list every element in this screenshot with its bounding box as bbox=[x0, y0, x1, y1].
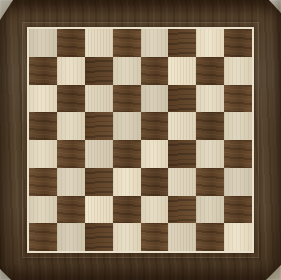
square-d3[interactable] bbox=[113, 168, 141, 196]
square-a3[interactable] bbox=[29, 168, 57, 196]
square-d6[interactable] bbox=[113, 85, 141, 113]
square-b6[interactable] bbox=[57, 85, 85, 113]
square-h2[interactable] bbox=[224, 196, 252, 224]
square-e6[interactable] bbox=[141, 85, 169, 113]
square-f8[interactable] bbox=[168, 29, 196, 57]
square-e4[interactable] bbox=[141, 140, 169, 168]
square-f6[interactable] bbox=[168, 85, 196, 113]
square-f4[interactable] bbox=[168, 140, 196, 168]
square-g4[interactable] bbox=[196, 140, 224, 168]
square-c7[interactable] bbox=[85, 57, 113, 85]
square-h6[interactable] bbox=[224, 85, 252, 113]
square-e1[interactable] bbox=[141, 223, 169, 251]
square-c8[interactable] bbox=[85, 29, 113, 57]
square-f1[interactable] bbox=[168, 223, 196, 251]
square-d7[interactable] bbox=[113, 57, 141, 85]
square-g6[interactable] bbox=[196, 85, 224, 113]
square-c3[interactable] bbox=[85, 168, 113, 196]
square-c2[interactable] bbox=[85, 196, 113, 224]
square-f3[interactable] bbox=[168, 168, 196, 196]
square-b2[interactable] bbox=[57, 196, 85, 224]
square-b8[interactable] bbox=[57, 29, 85, 57]
square-g5[interactable] bbox=[196, 112, 224, 140]
square-f5[interactable] bbox=[168, 112, 196, 140]
square-d1[interactable] bbox=[113, 223, 141, 251]
square-a6[interactable] bbox=[29, 85, 57, 113]
square-g2[interactable] bbox=[196, 196, 224, 224]
square-b7[interactable] bbox=[57, 57, 85, 85]
square-h1[interactable] bbox=[224, 223, 252, 251]
square-a8[interactable] bbox=[29, 29, 57, 57]
square-h7[interactable] bbox=[224, 57, 252, 85]
square-d5[interactable] bbox=[113, 112, 141, 140]
square-b1[interactable] bbox=[57, 223, 85, 251]
square-a2[interactable] bbox=[29, 196, 57, 224]
square-g1[interactable] bbox=[196, 223, 224, 251]
square-g3[interactable] bbox=[196, 168, 224, 196]
square-c6[interactable] bbox=[85, 85, 113, 113]
square-h5[interactable] bbox=[224, 112, 252, 140]
board-photo bbox=[0, 0, 281, 280]
square-f7[interactable] bbox=[168, 57, 196, 85]
square-b5[interactable] bbox=[57, 112, 85, 140]
square-c4[interactable] bbox=[85, 140, 113, 168]
square-d8[interactable] bbox=[113, 29, 141, 57]
board-grid bbox=[29, 29, 252, 251]
square-b3[interactable] bbox=[57, 168, 85, 196]
square-c5[interactable] bbox=[85, 112, 113, 140]
square-b4[interactable] bbox=[57, 140, 85, 168]
square-e7[interactable] bbox=[141, 57, 169, 85]
square-e8[interactable] bbox=[141, 29, 169, 57]
square-e3[interactable] bbox=[141, 168, 169, 196]
square-h8[interactable] bbox=[224, 29, 252, 57]
square-h4[interactable] bbox=[224, 140, 252, 168]
square-a5[interactable] bbox=[29, 112, 57, 140]
square-e2[interactable] bbox=[141, 196, 169, 224]
square-a4[interactable] bbox=[29, 140, 57, 168]
board-field bbox=[27, 27, 254, 253]
square-a1[interactable] bbox=[29, 223, 57, 251]
square-d2[interactable] bbox=[113, 196, 141, 224]
square-g7[interactable] bbox=[196, 57, 224, 85]
square-d4[interactable] bbox=[113, 140, 141, 168]
square-e5[interactable] bbox=[141, 112, 169, 140]
square-c1[interactable] bbox=[85, 223, 113, 251]
square-h3[interactable] bbox=[224, 168, 252, 196]
square-g8[interactable] bbox=[196, 29, 224, 57]
square-a7[interactable] bbox=[29, 57, 57, 85]
square-f2[interactable] bbox=[168, 196, 196, 224]
